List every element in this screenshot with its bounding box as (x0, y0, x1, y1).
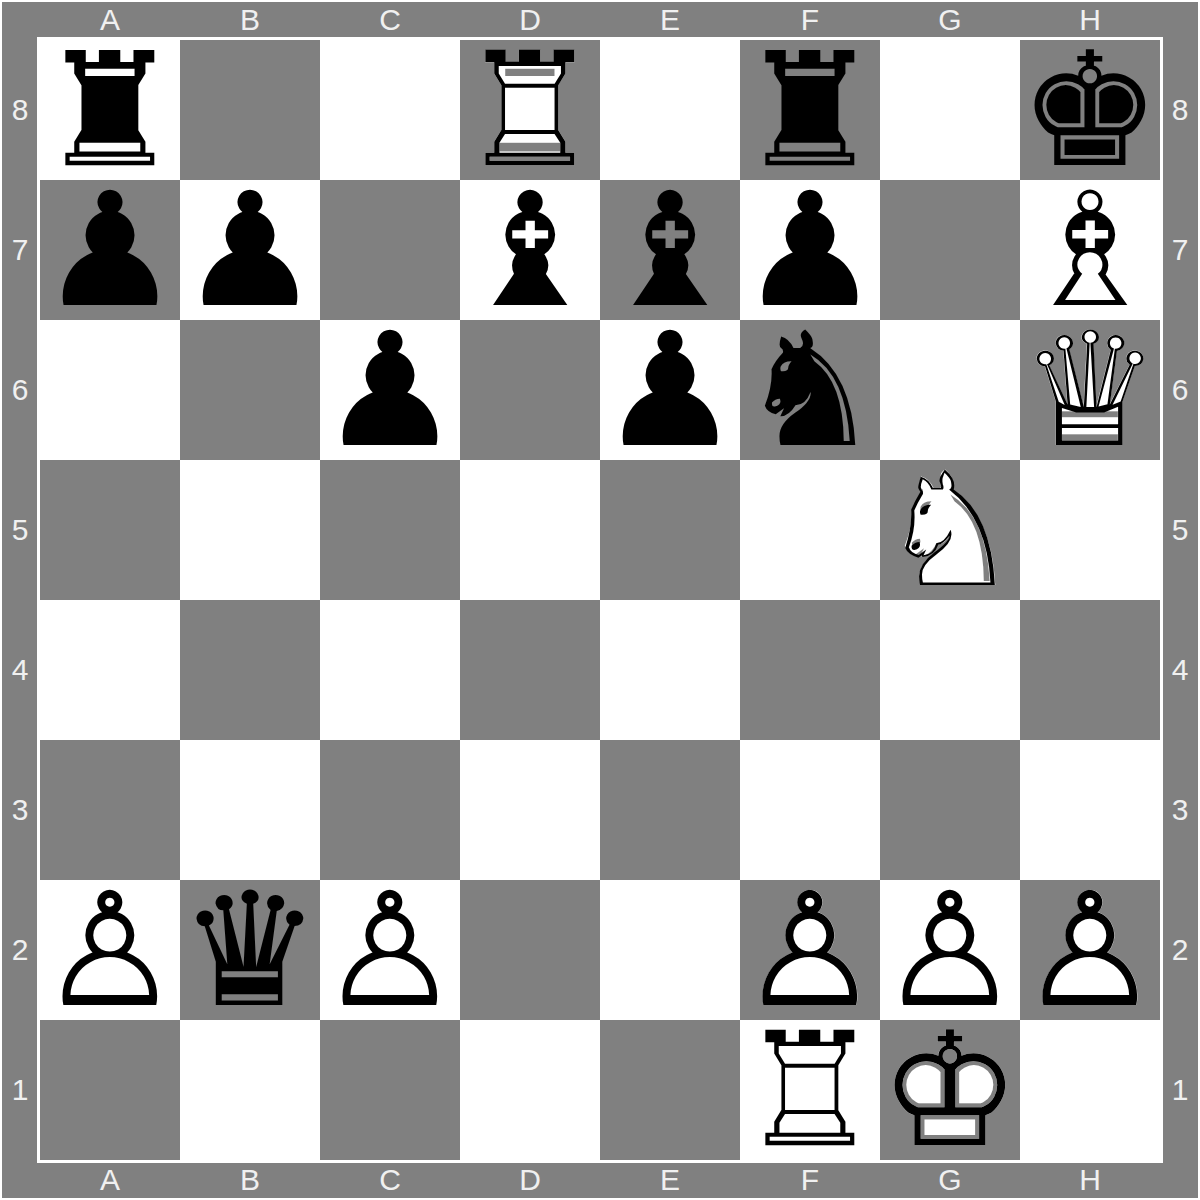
rank-label-left-8: 8 (0, 40, 40, 180)
square-e6[interactable]: ♟ (600, 320, 740, 460)
white-rook-glyph: ♜ (459, 31, 601, 189)
white-pawn-outline: ♙ (739, 871, 881, 1029)
file-label-top-g: G (880, 0, 1020, 40)
square-e8[interactable] (600, 40, 740, 180)
black-rook[interactable]: ♜ (40, 40, 180, 180)
square-a1[interactable] (40, 1020, 180, 1160)
file-label-bottom-c: C (320, 1160, 460, 1200)
square-d5[interactable] (460, 460, 600, 600)
black-rook[interactable]: ♜ (740, 40, 880, 180)
black-rook-glyph: ♜ (39, 31, 181, 189)
file-label-bottom-a: A (40, 1160, 180, 1200)
square-b6[interactable] (180, 320, 320, 460)
chess-board[interactable]: ♜♜♖♜♚♟♟♝♝♟♝♗♟♟♞♛♕♞♘♟♙♛♟♙♟♙♟♙♟♙♜♖♚♔ (40, 40, 1160, 1160)
white-pawn[interactable]: ♟♙ (880, 880, 1020, 1020)
square-a7[interactable]: ♟ (40, 180, 180, 320)
black-pawn[interactable]: ♟ (40, 180, 180, 320)
square-g4[interactable] (880, 600, 1020, 740)
white-rook-outline: ♖ (739, 1011, 881, 1169)
file-label-top-a: A (40, 0, 180, 40)
square-a3[interactable] (40, 740, 180, 880)
rank-labels-right: 87654321 (1160, 40, 1200, 1160)
square-a2[interactable]: ♟♙ (40, 880, 180, 1020)
white-queen-glyph: ♛ (1019, 311, 1161, 469)
white-knight-outline: ♘ (879, 451, 1021, 609)
rank-label-left-4: 4 (0, 600, 40, 740)
black-pawn[interactable]: ♟ (320, 320, 460, 460)
square-e7[interactable]: ♝ (600, 180, 740, 320)
black-bishop[interactable]: ♝ (600, 180, 740, 320)
black-knight[interactable]: ♞ (740, 320, 880, 460)
white-pawn-outline: ♙ (1019, 871, 1161, 1029)
square-f1[interactable]: ♜♖ (740, 1020, 880, 1160)
square-b2[interactable]: ♛ (180, 880, 320, 1020)
rank-label-right-7: 7 (1160, 180, 1200, 320)
square-f2[interactable]: ♟♙ (740, 880, 880, 1020)
square-h4[interactable] (1020, 600, 1160, 740)
square-f7[interactable]: ♟ (740, 180, 880, 320)
white-queen[interactable]: ♛♕ (1020, 320, 1160, 460)
black-pawn-glyph: ♟ (179, 171, 321, 329)
square-e5[interactable] (600, 460, 740, 600)
black-knight-glyph: ♞ (739, 311, 881, 469)
square-h2[interactable]: ♟♙ (1020, 880, 1160, 1020)
rank-label-left-7: 7 (0, 180, 40, 320)
white-pawn-outline: ♙ (879, 871, 1021, 1029)
rank-label-left-5: 5 (0, 460, 40, 600)
file-label-bottom-b: B (180, 1160, 320, 1200)
black-bishop-glyph: ♝ (599, 171, 741, 329)
rank-labels-left: 87654321 (0, 40, 40, 1160)
square-f4[interactable] (740, 600, 880, 740)
square-g3[interactable] (880, 740, 1020, 880)
black-bishop-glyph: ♝ (459, 171, 601, 329)
chess-diagram: ABCDEFGH ABCDEFGH 87654321 87654321 ♜♜♖♜… (0, 0, 1200, 1200)
square-h5[interactable] (1020, 460, 1160, 600)
black-bishop[interactable]: ♝ (460, 180, 600, 320)
file-labels-bottom: ABCDEFGH (40, 1160, 1160, 1200)
square-e3[interactable] (600, 740, 740, 880)
square-f3[interactable] (740, 740, 880, 880)
white-rook-outline: ♖ (459, 31, 601, 189)
square-b8[interactable] (180, 40, 320, 180)
file-label-bottom-g: G (880, 1160, 1020, 1200)
square-h3[interactable] (1020, 740, 1160, 880)
square-a5[interactable] (40, 460, 180, 600)
square-b1[interactable] (180, 1020, 320, 1160)
square-c3[interactable] (320, 740, 460, 880)
white-rook[interactable]: ♜♖ (740, 1020, 880, 1160)
file-label-top-e: E (600, 0, 740, 40)
square-e4[interactable] (600, 600, 740, 740)
square-c4[interactable] (320, 600, 460, 740)
rank-label-left-1: 1 (0, 1020, 40, 1160)
square-a6[interactable] (40, 320, 180, 460)
white-rook[interactable]: ♜♖ (460, 40, 600, 180)
square-d4[interactable] (460, 600, 600, 740)
white-king-outline: ♔ (879, 1011, 1021, 1169)
white-bishop-glyph: ♝ (1019, 171, 1161, 329)
square-g2[interactable]: ♟♙ (880, 880, 1020, 1020)
white-pawn[interactable]: ♟♙ (740, 880, 880, 1020)
square-g6[interactable] (880, 320, 1020, 460)
black-queen-glyph: ♛ (179, 871, 321, 1029)
white-knight-glyph: ♞ (879, 451, 1021, 609)
square-g8[interactable] (880, 40, 1020, 180)
rank-label-right-4: 4 (1160, 600, 1200, 740)
black-king[interactable]: ♚ (1020, 40, 1160, 180)
square-h1[interactable] (1020, 1020, 1160, 1160)
square-b5[interactable] (180, 460, 320, 600)
square-d2[interactable] (460, 880, 600, 1020)
rank-label-right-1: 1 (1160, 1020, 1200, 1160)
file-label-bottom-e: E (600, 1160, 740, 1200)
square-g1[interactable]: ♚♔ (880, 1020, 1020, 1160)
rank-label-right-3: 3 (1160, 740, 1200, 880)
square-b3[interactable] (180, 740, 320, 880)
white-pawn[interactable]: ♟♙ (1020, 880, 1160, 1020)
white-pawn-glyph: ♟ (739, 871, 881, 1029)
square-h8[interactable]: ♚ (1020, 40, 1160, 180)
file-label-top-d: D (460, 0, 600, 40)
white-knight[interactable]: ♞♘ (880, 460, 1020, 600)
rank-label-left-6: 6 (0, 320, 40, 460)
file-label-top-h: H (1020, 0, 1160, 40)
white-bishop-outline: ♗ (1019, 171, 1161, 329)
rank-label-left-2: 2 (0, 880, 40, 1020)
square-c7[interactable] (320, 180, 460, 320)
square-c5[interactable] (320, 460, 460, 600)
square-c8[interactable] (320, 40, 460, 180)
file-label-bottom-f: F (740, 1160, 880, 1200)
white-pawn-glyph: ♟ (319, 871, 461, 1029)
square-d3[interactable] (460, 740, 600, 880)
white-bishop[interactable]: ♝♗ (1020, 180, 1160, 320)
white-pawn-outline: ♙ (39, 871, 181, 1029)
file-label-top-f: F (740, 0, 880, 40)
black-king-glyph: ♚ (1019, 31, 1161, 189)
file-label-bottom-d: D (460, 1160, 600, 1200)
black-rook-glyph: ♜ (739, 31, 881, 189)
square-c6[interactable]: ♟ (320, 320, 460, 460)
white-pawn-glyph: ♟ (879, 871, 1021, 1029)
white-pawn-glyph: ♟ (39, 871, 181, 1029)
file-label-top-b: B (180, 0, 320, 40)
white-king-glyph: ♚ (879, 1011, 1021, 1169)
square-e1[interactable] (600, 1020, 740, 1160)
black-pawn[interactable]: ♟ (600, 320, 740, 460)
square-b7[interactable]: ♟ (180, 180, 320, 320)
square-d6[interactable] (460, 320, 600, 460)
square-c1[interactable] (320, 1020, 460, 1160)
white-rook-glyph: ♜ (739, 1011, 881, 1169)
rank-label-right-5: 5 (1160, 460, 1200, 600)
black-pawn[interactable]: ♟ (740, 180, 880, 320)
file-label-top-c: C (320, 0, 460, 40)
square-b4[interactable] (180, 600, 320, 740)
file-labels-top: ABCDEFGH (40, 0, 1160, 40)
white-pawn-outline: ♙ (319, 871, 461, 1029)
white-pawn[interactable]: ♟♙ (320, 880, 460, 1020)
square-d7[interactable]: ♝ (460, 180, 600, 320)
square-h7[interactable]: ♝♗ (1020, 180, 1160, 320)
square-e2[interactable] (600, 880, 740, 1020)
square-f5[interactable] (740, 460, 880, 600)
square-f6[interactable]: ♞ (740, 320, 880, 460)
square-g7[interactable] (880, 180, 1020, 320)
rank-label-left-3: 3 (0, 740, 40, 880)
black-queen[interactable]: ♛ (180, 880, 320, 1020)
square-a8[interactable]: ♜ (40, 40, 180, 180)
square-h6[interactable]: ♛♕ (1020, 320, 1160, 460)
square-d8[interactable]: ♜♖ (460, 40, 600, 180)
white-queen-outline: ♕ (1019, 311, 1161, 469)
square-d1[interactable] (460, 1020, 600, 1160)
file-label-bottom-h: H (1020, 1160, 1160, 1200)
black-pawn[interactable]: ♟ (180, 180, 320, 320)
black-pawn-glyph: ♟ (739, 171, 881, 329)
square-f8[interactable]: ♜ (740, 40, 880, 180)
square-c2[interactable]: ♟♙ (320, 880, 460, 1020)
rank-label-right-6: 6 (1160, 320, 1200, 460)
white-king[interactable]: ♚♔ (880, 1020, 1020, 1160)
white-pawn-glyph: ♟ (1019, 871, 1161, 1029)
black-pawn-glyph: ♟ (39, 171, 181, 329)
black-pawn-glyph: ♟ (599, 311, 741, 469)
white-pawn[interactable]: ♟♙ (40, 880, 180, 1020)
square-g5[interactable]: ♞♘ (880, 460, 1020, 600)
square-a4[interactable] (40, 600, 180, 740)
rank-label-right-8: 8 (1160, 40, 1200, 180)
rank-label-right-2: 2 (1160, 880, 1200, 1020)
black-pawn-glyph: ♟ (319, 311, 461, 469)
